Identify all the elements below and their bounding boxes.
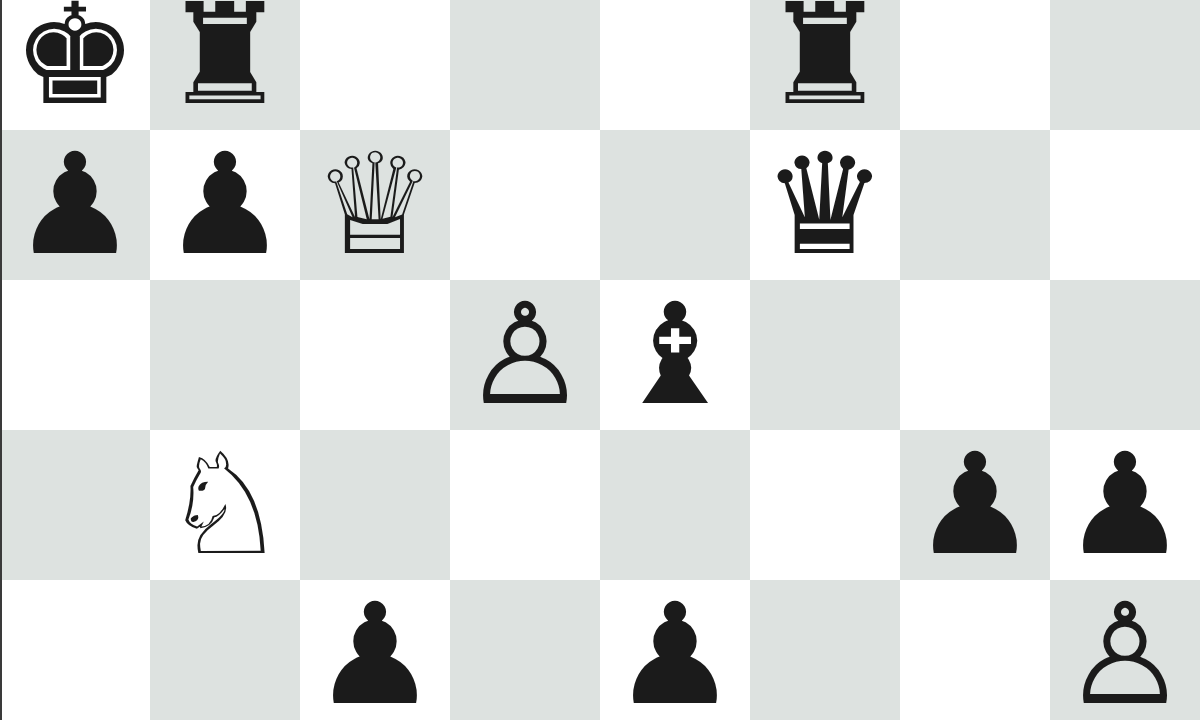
- piece-black-rook: ♜: [162, 0, 288, 130]
- square-d6[interactable]: ♙: [450, 280, 600, 430]
- square-d7[interactable]: [450, 130, 600, 280]
- square-e8[interactable]: [600, 0, 750, 130]
- square-d4[interactable]: [450, 580, 600, 720]
- piece-white-pawn: ♙: [1062, 580, 1188, 720]
- square-b8[interactable]: ♜: [150, 0, 300, 130]
- square-e6[interactable]: ♝: [600, 280, 750, 430]
- piece-black-rook: ♜: [762, 0, 888, 130]
- square-h7[interactable]: [1050, 130, 1200, 280]
- square-c6[interactable]: [300, 280, 450, 430]
- square-g6[interactable]: [900, 280, 1050, 430]
- square-g5[interactable]: ♟: [900, 430, 1050, 580]
- chess-board-diagram: ♚♜♜♟♟♕♛♙♝♘♟♟♟♟♙: [0, 0, 1200, 720]
- square-e7[interactable]: [600, 130, 750, 280]
- piece-black-king: ♚: [12, 0, 138, 130]
- piece-black-queen: ♛: [762, 130, 888, 280]
- square-b7[interactable]: ♟: [150, 130, 300, 280]
- square-h8[interactable]: [1050, 0, 1200, 130]
- square-c4[interactable]: ♟: [300, 580, 450, 720]
- square-f6[interactable]: [750, 280, 900, 430]
- square-d5[interactable]: [450, 430, 600, 580]
- square-f4[interactable]: [750, 580, 900, 720]
- square-d8[interactable]: [450, 0, 600, 130]
- square-b5[interactable]: ♘: [150, 430, 300, 580]
- piece-black-pawn: ♟: [312, 580, 438, 720]
- piece-black-pawn: ♟: [912, 430, 1038, 580]
- piece-black-pawn: ♟: [1062, 430, 1188, 580]
- square-f8[interactable]: ♜: [750, 0, 900, 130]
- square-h5[interactable]: ♟: [1050, 430, 1200, 580]
- board-left-border-line: [0, 0, 2, 720]
- square-c8[interactable]: [300, 0, 450, 130]
- piece-black-pawn: ♟: [612, 580, 738, 720]
- piece-black-bishop: ♝: [612, 280, 738, 430]
- square-g8[interactable]: [900, 0, 1050, 130]
- piece-white-knight: ♘: [162, 430, 288, 580]
- square-f7[interactable]: ♛: [750, 130, 900, 280]
- square-a5[interactable]: [0, 430, 150, 580]
- chess-board: ♚♜♜♟♟♕♛♙♝♘♟♟♟♟♙: [0, 0, 1200, 720]
- square-e5[interactable]: [600, 430, 750, 580]
- square-g4[interactable]: [900, 580, 1050, 720]
- piece-white-pawn: ♙: [462, 280, 588, 430]
- square-h6[interactable]: [1050, 280, 1200, 430]
- square-g7[interactable]: [900, 130, 1050, 280]
- piece-white-queen: ♕: [312, 130, 438, 280]
- square-c7[interactable]: ♕: [300, 130, 450, 280]
- square-b6[interactable]: [150, 280, 300, 430]
- square-a4[interactable]: [0, 580, 150, 720]
- square-c5[interactable]: [300, 430, 450, 580]
- square-b4[interactable]: [150, 580, 300, 720]
- piece-black-pawn: ♟: [12, 130, 138, 280]
- square-a6[interactable]: [0, 280, 150, 430]
- square-e4[interactable]: ♟: [600, 580, 750, 720]
- square-h4[interactable]: ♙: [1050, 580, 1200, 720]
- square-a8[interactable]: ♚: [0, 0, 150, 130]
- square-f5[interactable]: [750, 430, 900, 580]
- square-a7[interactable]: ♟: [0, 130, 150, 280]
- piece-black-pawn: ♟: [162, 130, 288, 280]
